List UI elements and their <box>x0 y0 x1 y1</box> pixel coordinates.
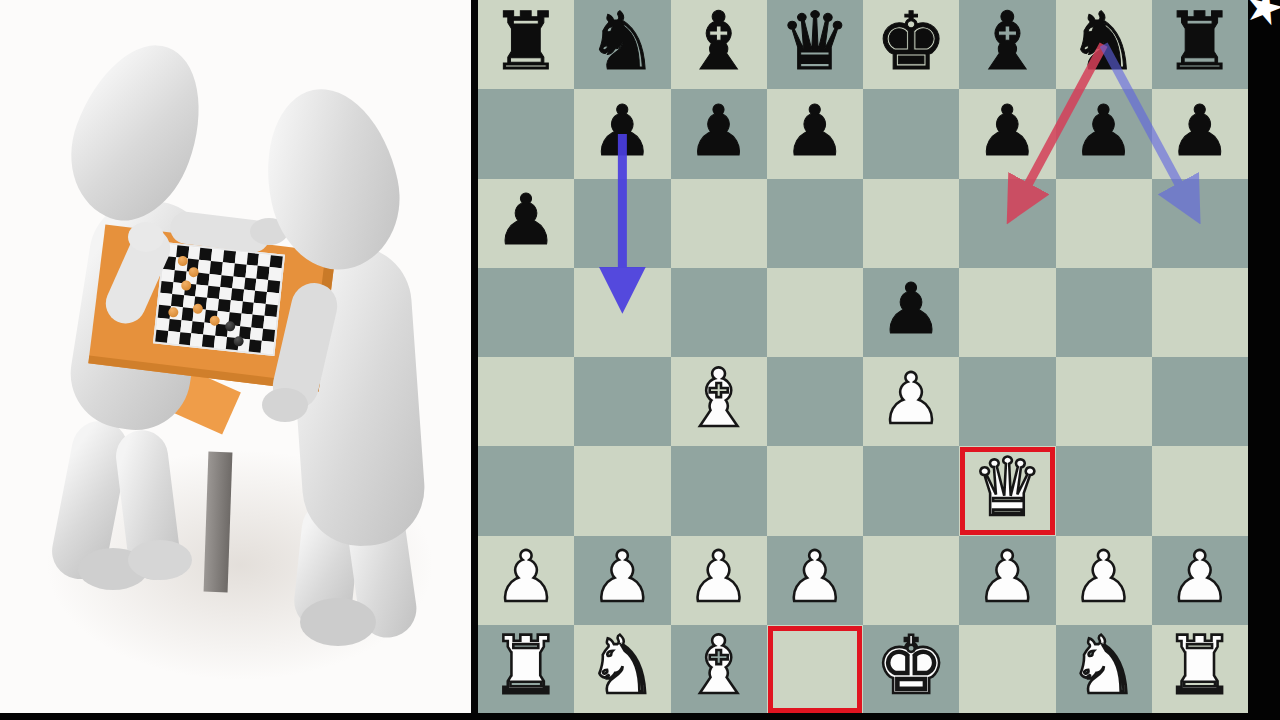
square-c1[interactable]: ♝ <box>671 625 767 714</box>
square-b3[interactable] <box>574 446 670 535</box>
piece-white-pawn-c2[interactable]: ♟ <box>687 542 750 612</box>
piece-white-pawn-f2[interactable]: ♟ <box>976 542 1039 612</box>
square-h2[interactable]: ♟ <box>1152 536 1248 625</box>
piece-black-knight-b8[interactable]: ♞ <box>587 2 659 82</box>
square-g5[interactable] <box>1056 268 1152 357</box>
piece-white-bishop-c1[interactable]: ♝ <box>683 626 755 706</box>
piece-black-pawn-g7[interactable]: ♟ <box>1072 96 1135 166</box>
piece-white-bishop-c4[interactable]: ♝ <box>683 359 755 439</box>
square-b1[interactable]: ♞ <box>574 625 670 714</box>
piece-white-king-e1[interactable]: ♚ <box>875 626 947 706</box>
piece-white-pawn-e4[interactable]: ♟ <box>880 364 943 434</box>
square-g1[interactable]: ♞ <box>1056 625 1152 714</box>
square-f7[interactable]: ♟ <box>959 89 1055 178</box>
mini-square <box>261 340 274 353</box>
square-c3[interactable] <box>671 446 767 535</box>
square-a1[interactable]: ♜ <box>478 625 574 714</box>
right-figure-foot <box>300 598 376 646</box>
right-figure-hand <box>262 388 308 422</box>
square-g8[interactable]: ♞ <box>1056 0 1152 89</box>
panel-divider <box>471 0 478 714</box>
left-figure-foot <box>128 540 192 580</box>
square-d4[interactable] <box>767 357 863 446</box>
piece-black-pawn-e5[interactable]: ♟ <box>880 274 943 344</box>
square-f1[interactable] <box>959 625 1055 714</box>
square-e3[interactable] <box>863 446 959 535</box>
square-d7[interactable]: ♟ <box>767 89 863 178</box>
square-f2[interactable]: ♟ <box>959 536 1055 625</box>
chess-board-area: ♜♞♝♛♚♝♞♜♟♟♟♟♟♟♟♟♝♟♛♟♟♟♟♟♟♟♜♞♝♚♞♜ <box>478 0 1248 714</box>
piece-black-bishop-f8[interactable]: ♝ <box>972 2 1044 82</box>
square-e4[interactable]: ♟ <box>863 357 959 446</box>
illustration-panel <box>0 0 472 714</box>
square-h5[interactable] <box>1152 268 1248 357</box>
piece-black-queen-d8[interactable]: ♛ <box>779 2 851 82</box>
piece-black-pawn-d7[interactable]: ♟ <box>783 96 846 166</box>
square-f6[interactable] <box>959 179 1055 268</box>
square-c2[interactable]: ♟ <box>671 536 767 625</box>
square-d3[interactable] <box>767 446 863 535</box>
square-f4[interactable] <box>959 357 1055 446</box>
square-g7[interactable]: ♟ <box>1056 89 1152 178</box>
square-d6[interactable] <box>767 179 863 268</box>
square-h8[interactable]: ♜ <box>1152 0 1248 89</box>
piece-black-pawn-f7[interactable]: ♟ <box>976 96 1039 166</box>
square-d2[interactable]: ♟ <box>767 536 863 625</box>
piece-white-knight-b1[interactable]: ♞ <box>587 626 659 706</box>
square-d1[interactable] <box>767 625 863 714</box>
square-h6[interactable] <box>1152 179 1248 268</box>
square-e8[interactable]: ♚ <box>863 0 959 89</box>
chess-board: ♜♞♝♛♚♝♞♜♟♟♟♟♟♟♟♟♝♟♛♟♟♟♟♟♟♟♜♞♝♚♞♜ <box>478 0 1248 714</box>
square-e5[interactable]: ♟ <box>863 268 959 357</box>
square-e1[interactable]: ♚ <box>863 625 959 714</box>
square-c6[interactable] <box>671 179 767 268</box>
square-a8[interactable]: ♜ <box>478 0 574 89</box>
square-b6[interactable] <box>574 179 670 268</box>
square-g3[interactable] <box>1056 446 1152 535</box>
square-e6[interactable] <box>863 179 959 268</box>
square-h7[interactable]: ♟ <box>1152 89 1248 178</box>
square-f3[interactable]: ♛ <box>959 446 1055 535</box>
piece-white-knight-g1[interactable]: ♞ <box>1068 626 1140 706</box>
square-f8[interactable]: ♝ <box>959 0 1055 89</box>
square-a4[interactable] <box>478 357 574 446</box>
square-b5[interactable] <box>574 268 670 357</box>
square-d5[interactable] <box>767 268 863 357</box>
piece-white-pawn-h2[interactable]: ♟ <box>1168 542 1231 612</box>
square-b4[interactable] <box>574 357 670 446</box>
piece-black-king-e8[interactable]: ♚ <box>875 2 947 82</box>
right-strip: ★ <box>1248 0 1280 714</box>
piece-black-pawn-h7[interactable]: ♟ <box>1168 96 1231 166</box>
piece-white-pawn-d2[interactable]: ♟ <box>783 542 846 612</box>
piece-black-pawn-b7[interactable]: ♟ <box>591 96 654 166</box>
square-e2[interactable] <box>863 536 959 625</box>
square-b7[interactable]: ♟ <box>574 89 670 178</box>
bottom-bar <box>0 713 1280 720</box>
square-g4[interactable] <box>1056 357 1152 446</box>
square-c4[interactable]: ♝ <box>671 357 767 446</box>
piece-black-knight-g8[interactable]: ♞ <box>1068 2 1140 82</box>
square-b2[interactable]: ♟ <box>574 536 670 625</box>
square-a6[interactable]: ♟ <box>478 179 574 268</box>
piece-white-rook-h1[interactable]: ♜ <box>1164 626 1236 706</box>
piece-black-bishop-c8[interactable]: ♝ <box>683 2 755 82</box>
piece-black-rook-h8[interactable]: ♜ <box>1164 2 1236 82</box>
square-d8[interactable]: ♛ <box>767 0 863 89</box>
square-h3[interactable] <box>1152 446 1248 535</box>
square-c7[interactable]: ♟ <box>671 89 767 178</box>
square-g2[interactable]: ♟ <box>1056 536 1152 625</box>
piece-white-pawn-b2[interactable]: ♟ <box>591 542 654 612</box>
piece-white-queen-f3[interactable]: ♛ <box>972 448 1044 528</box>
star-icon[interactable]: ★ <box>1248 0 1280 34</box>
square-b8[interactable]: ♞ <box>574 0 670 89</box>
square-e7[interactable] <box>863 89 959 178</box>
piece-white-rook-a1[interactable]: ♜ <box>490 626 562 706</box>
piece-black-pawn-c7[interactable]: ♟ <box>687 96 750 166</box>
square-a3[interactable] <box>478 446 574 535</box>
video-frame: ♜♞♝♛♚♝♞♜♟♟♟♟♟♟♟♟♝♟♛♟♟♟♟♟♟♟♜♞♝♚♞♜ ★ <box>0 0 1280 720</box>
square-a2[interactable]: ♟ <box>478 536 574 625</box>
square-h1[interactable]: ♜ <box>1152 625 1248 714</box>
square-f5[interactable] <box>959 268 1055 357</box>
piece-white-pawn-g2[interactable]: ♟ <box>1072 542 1135 612</box>
square-h4[interactable] <box>1152 357 1248 446</box>
square-a7[interactable] <box>478 89 574 178</box>
piece-white-pawn-a2[interactable]: ♟ <box>495 542 558 612</box>
left-figure-head <box>51 27 223 237</box>
left-figure-hand <box>128 222 164 252</box>
square-c5[interactable] <box>671 268 767 357</box>
piece-black-pawn-a6[interactable]: ♟ <box>495 185 558 255</box>
mini-checkerboard <box>153 242 285 356</box>
square-a5[interactable] <box>478 268 574 357</box>
square-g6[interactable] <box>1056 179 1152 268</box>
table-leg <box>204 452 233 593</box>
piece-black-rook-a8[interactable]: ♜ <box>490 2 562 82</box>
square-c8[interactable]: ♝ <box>671 0 767 89</box>
